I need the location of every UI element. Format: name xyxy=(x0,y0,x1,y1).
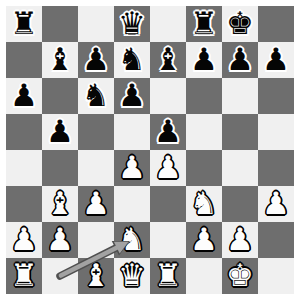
square-e1[interactable]: ♜ xyxy=(150,258,186,294)
square-e6[interactable] xyxy=(150,78,186,114)
square-h3[interactable]: ♟ xyxy=(258,186,294,222)
square-b2[interactable]: ♟ xyxy=(42,222,78,258)
square-h7[interactable]: ♟ xyxy=(258,42,294,78)
square-b7[interactable]: ♝ xyxy=(42,42,78,78)
square-a1[interactable]: ♜ xyxy=(6,258,42,294)
square-b1[interactable] xyxy=(42,258,78,294)
square-e7[interactable]: ♝ xyxy=(150,42,186,78)
piece-white-pawn[interactable]: ♟ xyxy=(10,221,38,257)
piece-white-rook[interactable]: ♜ xyxy=(10,257,38,293)
square-c1[interactable]: ♝ xyxy=(78,258,114,294)
square-b8[interactable] xyxy=(42,6,78,42)
board-background: ♜♛♜♚♝♟♞♝♟♟♟♟♞♟♟♟♟♟♝♟♞♟♟♟♞♟♟♜♝♛♜♚ xyxy=(0,0,300,300)
piece-black-pawn[interactable]: ♟ xyxy=(118,77,146,113)
square-d8[interactable]: ♛ xyxy=(114,6,150,42)
piece-white-pawn[interactable]: ♟ xyxy=(190,221,218,257)
square-h6[interactable] xyxy=(258,78,294,114)
square-e4[interactable]: ♟ xyxy=(150,150,186,186)
square-a3[interactable] xyxy=(6,186,42,222)
square-f3[interactable]: ♞ xyxy=(186,186,222,222)
piece-black-bishop[interactable]: ♝ xyxy=(46,41,74,77)
piece-white-knight[interactable]: ♞ xyxy=(118,221,146,257)
square-c7[interactable]: ♟ xyxy=(78,42,114,78)
square-d4[interactable]: ♟ xyxy=(114,150,150,186)
piece-black-rook[interactable]: ♜ xyxy=(10,5,38,41)
piece-white-pawn[interactable]: ♟ xyxy=(154,149,182,185)
square-d2[interactable]: ♞ xyxy=(114,222,150,258)
piece-black-pawn[interactable]: ♟ xyxy=(190,41,218,77)
square-a5[interactable] xyxy=(6,114,42,150)
piece-black-queen[interactable]: ♛ xyxy=(118,5,146,41)
piece-white-bishop[interactable]: ♝ xyxy=(46,185,74,221)
piece-black-bishop[interactable]: ♝ xyxy=(154,41,182,77)
square-e3[interactable] xyxy=(150,186,186,222)
piece-black-pawn[interactable]: ♟ xyxy=(154,113,182,149)
square-d5[interactable] xyxy=(114,114,150,150)
square-f5[interactable] xyxy=(186,114,222,150)
chess-board: ♜♛♜♚♝♟♞♝♟♟♟♟♞♟♟♟♟♟♝♟♞♟♟♟♞♟♟♜♝♛♜♚ xyxy=(6,6,294,294)
square-e5[interactable]: ♟ xyxy=(150,114,186,150)
square-f8[interactable]: ♜ xyxy=(186,6,222,42)
square-h5[interactable] xyxy=(258,114,294,150)
square-g5[interactable] xyxy=(222,114,258,150)
piece-white-bishop[interactable]: ♝ xyxy=(82,257,110,293)
square-c2[interactable] xyxy=(78,222,114,258)
piece-black-knight[interactable]: ♞ xyxy=(82,77,110,113)
piece-black-knight[interactable]: ♞ xyxy=(118,41,146,77)
piece-black-pawn[interactable]: ♟ xyxy=(226,41,254,77)
square-f2[interactable]: ♟ xyxy=(186,222,222,258)
square-c4[interactable] xyxy=(78,150,114,186)
piece-black-pawn[interactable]: ♟ xyxy=(82,41,110,77)
square-a4[interactable] xyxy=(6,150,42,186)
piece-white-pawn[interactable]: ♟ xyxy=(46,221,74,257)
piece-white-pawn[interactable]: ♟ xyxy=(262,185,290,221)
piece-black-pawn[interactable]: ♟ xyxy=(10,77,38,113)
square-a6[interactable]: ♟ xyxy=(6,78,42,114)
square-h8[interactable] xyxy=(258,6,294,42)
square-a2[interactable]: ♟ xyxy=(6,222,42,258)
square-f1[interactable] xyxy=(186,258,222,294)
piece-black-pawn[interactable]: ♟ xyxy=(262,41,290,77)
square-a8[interactable]: ♜ xyxy=(6,6,42,42)
square-d3[interactable] xyxy=(114,186,150,222)
square-b3[interactable]: ♝ xyxy=(42,186,78,222)
piece-white-pawn[interactable]: ♟ xyxy=(118,149,146,185)
piece-white-pawn[interactable]: ♟ xyxy=(82,185,110,221)
piece-black-rook[interactable]: ♜ xyxy=(190,5,218,41)
square-g6[interactable] xyxy=(222,78,258,114)
square-g2[interactable]: ♟ xyxy=(222,222,258,258)
square-c8[interactable] xyxy=(78,6,114,42)
square-g3[interactable] xyxy=(222,186,258,222)
square-g4[interactable] xyxy=(222,150,258,186)
square-c3[interactable]: ♟ xyxy=(78,186,114,222)
square-d6[interactable]: ♟ xyxy=(114,78,150,114)
square-e8[interactable] xyxy=(150,6,186,42)
square-f6[interactable] xyxy=(186,78,222,114)
piece-black-pawn[interactable]: ♟ xyxy=(46,113,74,149)
square-h1[interactable] xyxy=(258,258,294,294)
piece-white-pawn[interactable]: ♟ xyxy=(226,221,254,257)
square-d1[interactable]: ♛ xyxy=(114,258,150,294)
square-h4[interactable] xyxy=(258,150,294,186)
square-b5[interactable]: ♟ xyxy=(42,114,78,150)
square-c6[interactable]: ♞ xyxy=(78,78,114,114)
square-f4[interactable] xyxy=(186,150,222,186)
square-c5[interactable] xyxy=(78,114,114,150)
piece-white-knight[interactable]: ♞ xyxy=(190,185,218,221)
square-g7[interactable]: ♟ xyxy=(222,42,258,78)
square-d7[interactable]: ♞ xyxy=(114,42,150,78)
square-e2[interactable] xyxy=(150,222,186,258)
piece-white-rook[interactable]: ♜ xyxy=(154,257,182,293)
piece-white-king[interactable]: ♚ xyxy=(226,257,254,293)
square-b4[interactable] xyxy=(42,150,78,186)
square-f7[interactable]: ♟ xyxy=(186,42,222,78)
piece-white-queen[interactable]: ♛ xyxy=(118,257,146,293)
piece-black-king[interactable]: ♚ xyxy=(226,5,254,41)
square-g1[interactable]: ♚ xyxy=(222,258,258,294)
square-h2[interactable] xyxy=(258,222,294,258)
square-b6[interactable] xyxy=(42,78,78,114)
square-g8[interactable]: ♚ xyxy=(222,6,258,42)
square-a7[interactable] xyxy=(6,42,42,78)
